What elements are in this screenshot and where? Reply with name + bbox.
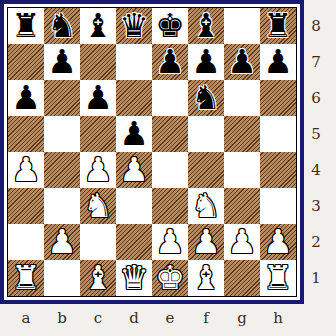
piece-black-queen[interactable]: ♛ — [119, 8, 149, 44]
square-e4[interactable] — [152, 152, 188, 188]
square-h7[interactable]: ♟ — [260, 44, 296, 80]
square-b1[interactable] — [44, 260, 80, 296]
file-label-c: c — [80, 303, 116, 333]
square-d6[interactable] — [116, 80, 152, 116]
square-f3[interactable]: ♞ — [188, 188, 224, 224]
square-e8[interactable]: ♚ — [152, 8, 188, 44]
piece-white-pawn[interactable]: ♟ — [227, 224, 257, 260]
file-label-d: d — [116, 303, 152, 333]
square-a3[interactable] — [8, 188, 44, 224]
square-b8[interactable]: ♞ — [44, 8, 80, 44]
piece-white-pawn[interactable]: ♟ — [263, 224, 293, 260]
square-f5[interactable] — [188, 116, 224, 152]
square-g7[interactable]: ♟ — [224, 44, 260, 80]
rank-label-5: 5 — [303, 116, 329, 152]
square-g6[interactable] — [224, 80, 260, 116]
piece-black-pawn[interactable]: ♟ — [191, 44, 221, 80]
square-d1[interactable]: ♛ — [116, 260, 152, 296]
square-e2[interactable]: ♟ — [152, 224, 188, 260]
square-e3[interactable] — [152, 188, 188, 224]
piece-white-rook[interactable]: ♜ — [263, 260, 293, 296]
square-c5[interactable] — [80, 116, 116, 152]
rank-label-8: 8 — [303, 8, 329, 44]
piece-black-pawn[interactable]: ♟ — [155, 44, 185, 80]
square-a8[interactable]: ♜ — [8, 8, 44, 44]
file-label-f: f — [188, 303, 224, 333]
square-f4[interactable] — [188, 152, 224, 188]
square-b6[interactable] — [44, 80, 80, 116]
square-d2[interactable] — [116, 224, 152, 260]
square-a2[interactable] — [8, 224, 44, 260]
rank-coordinates: 87654321 — [303, 8, 329, 296]
piece-white-knight[interactable]: ♞ — [83, 188, 113, 224]
square-f2[interactable]: ♟ — [188, 224, 224, 260]
square-c3[interactable]: ♞ — [80, 188, 116, 224]
piece-white-knight[interactable]: ♞ — [191, 188, 221, 224]
file-label-g: g — [224, 303, 260, 333]
square-h6[interactable] — [260, 80, 296, 116]
square-b5[interactable] — [44, 116, 80, 152]
square-h3[interactable] — [260, 188, 296, 224]
file-label-e: e — [152, 303, 188, 333]
piece-black-king[interactable]: ♚ — [155, 8, 185, 44]
piece-white-pawn[interactable]: ♟ — [119, 152, 149, 188]
square-g3[interactable] — [224, 188, 260, 224]
square-c7[interactable] — [80, 44, 116, 80]
square-e7[interactable]: ♟ — [152, 44, 188, 80]
square-c1[interactable]: ♝ — [80, 260, 116, 296]
piece-black-knight[interactable]: ♞ — [191, 80, 221, 116]
square-c6[interactable]: ♟ — [80, 80, 116, 116]
square-a5[interactable] — [8, 116, 44, 152]
piece-black-knight[interactable]: ♞ — [47, 8, 77, 44]
square-d7[interactable] — [116, 44, 152, 80]
square-f7[interactable]: ♟ — [188, 44, 224, 80]
square-c4[interactable]: ♟ — [80, 152, 116, 188]
square-a1[interactable]: ♜ — [8, 260, 44, 296]
rank-label-1: 1 — [303, 260, 329, 296]
square-g2[interactable]: ♟ — [224, 224, 260, 260]
piece-black-pawn[interactable]: ♟ — [83, 80, 113, 116]
square-b3[interactable] — [44, 188, 80, 224]
piece-white-king[interactable]: ♚ — [155, 260, 185, 296]
rank-label-6: 6 — [303, 80, 329, 116]
square-b2[interactable]: ♟ — [44, 224, 80, 260]
file-label-h: h — [260, 303, 296, 333]
square-b7[interactable]: ♟ — [44, 44, 80, 80]
square-d5[interactable]: ♟ — [116, 116, 152, 152]
rank-label-7: 7 — [303, 44, 329, 80]
square-g8[interactable] — [224, 8, 260, 44]
square-e1[interactable]: ♚ — [152, 260, 188, 296]
square-a4[interactable]: ♟ — [8, 152, 44, 188]
square-d4[interactable]: ♟ — [116, 152, 152, 188]
board-frame: ♜♞♝♛♚♝♜♟♟♟♟♟♟♟♞♟♟♟♟♞♞♟♟♟♟♟♜♝♛♚♝♜ — [0, 0, 304, 304]
piece-white-pawn[interactable]: ♟ — [83, 152, 113, 188]
square-d3[interactable] — [116, 188, 152, 224]
piece-black-bishop[interactable]: ♝ — [191, 8, 221, 44]
piece-black-pawn[interactable]: ♟ — [263, 44, 293, 80]
square-f8[interactable]: ♝ — [188, 8, 224, 44]
piece-white-pawn[interactable]: ♟ — [47, 224, 77, 260]
piece-black-pawn[interactable]: ♟ — [227, 44, 257, 80]
piece-black-pawn[interactable]: ♟ — [119, 116, 149, 152]
piece-white-rook[interactable]: ♜ — [11, 260, 41, 296]
piece-white-pawn[interactable]: ♟ — [11, 152, 41, 188]
square-h1[interactable]: ♜ — [260, 260, 296, 296]
square-c8[interactable]: ♝ — [80, 8, 116, 44]
square-g4[interactable] — [224, 152, 260, 188]
piece-black-rook[interactable]: ♜ — [11, 8, 41, 44]
square-a6[interactable]: ♟ — [8, 80, 44, 116]
piece-white-pawn[interactable]: ♟ — [191, 224, 221, 260]
piece-white-bishop[interactable]: ♝ — [83, 260, 113, 296]
square-e6[interactable] — [152, 80, 188, 116]
file-coordinates: abcdefgh — [8, 303, 296, 333]
piece-black-pawn[interactable]: ♟ — [11, 80, 41, 116]
square-f6[interactable]: ♞ — [188, 80, 224, 116]
square-h8[interactable]: ♜ — [260, 8, 296, 44]
board-inner-border: ♜♞♝♛♚♝♜♟♟♟♟♟♟♟♞♟♟♟♟♞♞♟♟♟♟♟♜♝♛♚♝♜ — [7, 7, 297, 297]
rank-label-3: 3 — [303, 188, 329, 224]
rank-label-2: 2 — [303, 224, 329, 260]
file-label-b: b — [44, 303, 80, 333]
piece-white-queen[interactable]: ♛ — [119, 260, 149, 296]
square-e5[interactable] — [152, 116, 188, 152]
piece-white-pawn[interactable]: ♟ — [155, 224, 185, 260]
square-c2[interactable] — [80, 224, 116, 260]
rank-label-4: 4 — [303, 152, 329, 188]
chess-diagram: ♜♞♝♛♚♝♜♟♟♟♟♟♟♟♞♟♟♟♟♞♞♟♟♟♟♟♜♝♛♚♝♜ 8765432… — [0, 0, 336, 336]
square-d8[interactable]: ♛ — [116, 8, 152, 44]
piece-black-bishop[interactable]: ♝ — [83, 8, 113, 44]
square-h5[interactable] — [260, 116, 296, 152]
square-h4[interactable] — [260, 152, 296, 188]
file-label-a: a — [8, 303, 44, 333]
piece-black-rook[interactable]: ♜ — [263, 8, 293, 44]
square-h2[interactable]: ♟ — [260, 224, 296, 260]
square-b4[interactable] — [44, 152, 80, 188]
square-a7[interactable] — [8, 44, 44, 80]
square-g5[interactable] — [224, 116, 260, 152]
chess-board[interactable]: ♜♞♝♛♚♝♜♟♟♟♟♟♟♟♞♟♟♟♟♞♞♟♟♟♟♟♜♝♛♚♝♜ — [8, 8, 296, 296]
piece-black-pawn[interactable]: ♟ — [47, 44, 77, 80]
piece-white-bishop[interactable]: ♝ — [191, 260, 221, 296]
square-g1[interactable] — [224, 260, 260, 296]
square-f1[interactable]: ♝ — [188, 260, 224, 296]
